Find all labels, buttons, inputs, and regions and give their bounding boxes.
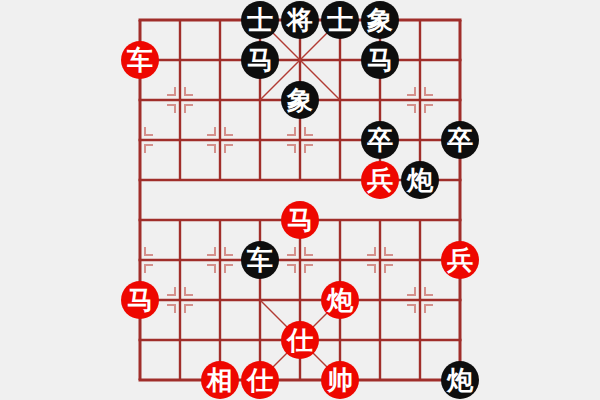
piece-black-pawn[interactable]: 卒 [361, 121, 399, 159]
piece-red-horse[interactable]: 马 [121, 281, 159, 319]
piece-black-advisor[interactable]: 士 [241, 1, 279, 39]
piece-black-cannon[interactable]: 炮 [441, 361, 479, 399]
piece-black-horse[interactable]: 马 [361, 41, 399, 79]
piece-red-elephant[interactable]: 相 [201, 361, 239, 399]
piece-red-general[interactable]: 帅 [321, 361, 359, 399]
piece-red-advisor[interactable]: 仕 [281, 321, 319, 359]
piece-black-elephant[interactable]: 象 [281, 81, 319, 119]
piece-black-cannon[interactable]: 炮 [401, 161, 439, 199]
piece-black-horse[interactable]: 马 [241, 41, 279, 79]
piece-red-advisor[interactable]: 仕 [241, 361, 279, 399]
pieces-layer: 士将士象车马马象卒卒兵炮马车兵马炮仕相仕帅炮 [120, 0, 480, 400]
piece-black-chariot[interactable]: 车 [241, 241, 279, 279]
piece-black-general[interactable]: 将 [281, 1, 319, 39]
piece-red-pawn[interactable]: 兵 [441, 241, 479, 279]
xiangqi-board: 士将士象车马马象卒卒兵炮马车兵马炮仕相仕帅炮 [0, 0, 600, 400]
piece-red-horse[interactable]: 马 [281, 201, 319, 239]
piece-black-advisor[interactable]: 士 [321, 1, 359, 39]
piece-black-elephant[interactable]: 象 [361, 1, 399, 39]
piece-black-pawn[interactable]: 卒 [441, 121, 479, 159]
piece-red-pawn[interactable]: 兵 [361, 161, 399, 199]
piece-red-chariot[interactable]: 车 [121, 41, 159, 79]
piece-red-cannon[interactable]: 炮 [321, 281, 359, 319]
